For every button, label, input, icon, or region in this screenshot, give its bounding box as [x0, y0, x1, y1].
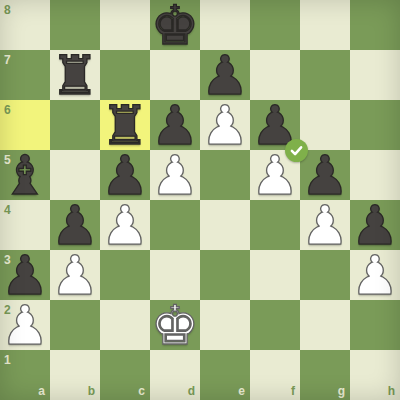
- square-c5[interactable]: ♟: [100, 150, 150, 200]
- checkmark-icon: [288, 142, 305, 159]
- square-d7[interactable]: [150, 50, 200, 100]
- square-a6[interactable]: 6: [0, 100, 50, 150]
- square-a7[interactable]: 7: [0, 50, 50, 100]
- file-label-b: b: [88, 385, 95, 397]
- square-e7[interactable]: ♟: [200, 50, 250, 100]
- square-c3[interactable]: [100, 250, 150, 300]
- square-f1[interactable]: f: [250, 350, 300, 400]
- piece-black-king[interactable]: ♚: [151, 1, 199, 51]
- square-b3[interactable]: ♟: [50, 250, 100, 300]
- piece-white-pawn[interactable]: ♟: [101, 201, 149, 251]
- correct-move-badge: [285, 139, 308, 162]
- piece-black-rook[interactable]: ♜: [51, 51, 99, 101]
- chess-board-container: 8♚7♜♟6♜♟♟♟5♝♟♟♟♟4♟♟♟♟3♟♟♟2♟♚1abcdefgh: [0, 0, 400, 400]
- square-h7[interactable]: [350, 50, 400, 100]
- square-c8[interactable]: [100, 0, 150, 50]
- square-d8[interactable]: ♚: [150, 0, 200, 50]
- square-g6[interactable]: [300, 100, 350, 150]
- square-d1[interactable]: d: [150, 350, 200, 400]
- square-b2[interactable]: [50, 300, 100, 350]
- chess-board: 8♚7♜♟6♜♟♟♟5♝♟♟♟♟4♟♟♟♟3♟♟♟2♟♚1abcdefgh: [0, 0, 400, 400]
- square-g1[interactable]: g: [300, 350, 350, 400]
- square-c4[interactable]: ♟: [100, 200, 150, 250]
- rank-label-4: 4: [4, 204, 11, 216]
- file-label-a: a: [38, 385, 45, 397]
- square-b4[interactable]: ♟: [50, 200, 100, 250]
- square-h3[interactable]: ♟: [350, 250, 400, 300]
- square-g4[interactable]: ♟: [300, 200, 350, 250]
- square-d4[interactable]: [150, 200, 200, 250]
- file-label-f: f: [291, 385, 295, 397]
- square-e8[interactable]: [200, 0, 250, 50]
- square-c1[interactable]: c: [100, 350, 150, 400]
- square-g3[interactable]: [300, 250, 350, 300]
- square-a8[interactable]: 8: [0, 0, 50, 50]
- square-h1[interactable]: h: [350, 350, 400, 400]
- square-d5[interactable]: ♟: [150, 150, 200, 200]
- square-b5[interactable]: [50, 150, 100, 200]
- square-a1[interactable]: 1a: [0, 350, 50, 400]
- piece-white-pawn[interactable]: ♟: [151, 151, 199, 201]
- square-b6[interactable]: [50, 100, 100, 150]
- square-f4[interactable]: [250, 200, 300, 250]
- piece-white-pawn[interactable]: ♟: [201, 101, 249, 151]
- file-label-c: c: [138, 385, 145, 397]
- square-h8[interactable]: [350, 0, 400, 50]
- square-e4[interactable]: [200, 200, 250, 250]
- square-e1[interactable]: e: [200, 350, 250, 400]
- square-d3[interactable]: [150, 250, 200, 300]
- square-b1[interactable]: b: [50, 350, 100, 400]
- square-e6[interactable]: ♟: [200, 100, 250, 150]
- file-label-e: e: [238, 385, 245, 397]
- piece-white-pawn[interactable]: ♟: [51, 251, 99, 301]
- square-g7[interactable]: [300, 50, 350, 100]
- piece-white-king[interactable]: ♚: [151, 301, 199, 351]
- square-b7[interactable]: ♜: [50, 50, 100, 100]
- square-f7[interactable]: [250, 50, 300, 100]
- square-f8[interactable]: [250, 0, 300, 50]
- rank-label-8: 8: [4, 4, 11, 16]
- file-label-h: h: [388, 385, 395, 397]
- piece-white-pawn[interactable]: ♟: [301, 201, 349, 251]
- square-e5[interactable]: [200, 150, 250, 200]
- square-c6[interactable]: ♜: [100, 100, 150, 150]
- square-a2[interactable]: 2♟: [0, 300, 50, 350]
- square-g2[interactable]: [300, 300, 350, 350]
- square-b8[interactable]: [50, 0, 100, 50]
- rank-label-1: 1: [4, 354, 11, 366]
- piece-white-pawn[interactable]: ♟: [1, 301, 49, 351]
- file-label-g: g: [338, 385, 345, 397]
- square-d2[interactable]: ♚: [150, 300, 200, 350]
- square-d6[interactable]: ♟: [150, 100, 200, 150]
- square-h2[interactable]: [350, 300, 400, 350]
- square-h5[interactable]: [350, 150, 400, 200]
- file-label-d: d: [188, 385, 195, 397]
- square-g8[interactable]: [300, 0, 350, 50]
- rank-label-6: 6: [4, 104, 11, 116]
- piece-white-pawn[interactable]: ♟: [351, 251, 399, 301]
- square-a3[interactable]: 3♟: [0, 250, 50, 300]
- rank-label-7: 7: [4, 54, 11, 66]
- square-c2[interactable]: [100, 300, 150, 350]
- square-f2[interactable]: [250, 300, 300, 350]
- square-g5[interactable]: ♟: [300, 150, 350, 200]
- piece-black-bishop[interactable]: ♝: [1, 151, 49, 201]
- square-e2[interactable]: [200, 300, 250, 350]
- square-a4[interactable]: 4: [0, 200, 50, 250]
- square-c7[interactable]: [100, 50, 150, 100]
- square-f3[interactable]: [250, 250, 300, 300]
- square-h4[interactable]: ♟: [350, 200, 400, 250]
- square-a5[interactable]: 5♝: [0, 150, 50, 200]
- square-e3[interactable]: [200, 250, 250, 300]
- square-h6[interactable]: [350, 100, 400, 150]
